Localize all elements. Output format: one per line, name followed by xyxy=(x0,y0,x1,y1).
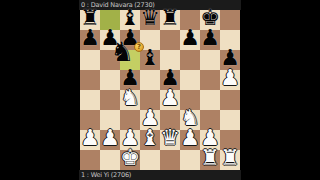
white-rook-h1[interactable]: ♜ xyxy=(220,148,240,168)
white-knight-c4[interactable]: ♞ xyxy=(120,88,140,108)
square-c4[interactable]: ♞ xyxy=(120,90,140,110)
square-d8[interactable]: ♛ xyxy=(140,10,160,30)
square-d6[interactable]: ♝ xyxy=(140,50,160,70)
square-e7[interactable] xyxy=(160,30,180,50)
square-f6[interactable] xyxy=(180,50,200,70)
white-pawn-h5[interactable]: ♟ xyxy=(220,68,240,88)
square-h5[interactable]: ♟ xyxy=(220,70,240,90)
square-e2[interactable]: ♛ xyxy=(160,130,180,150)
white-queen-e2[interactable]: ♛ xyxy=(160,128,180,148)
black-pawn-f7[interactable]: ♟ xyxy=(180,28,200,48)
square-g4[interactable] xyxy=(200,90,220,110)
white-king-c1[interactable]: ♚ xyxy=(120,148,140,168)
square-a1[interactable] xyxy=(80,150,100,170)
square-b2[interactable]: ♟ xyxy=(100,130,120,150)
player-bottom-bar: 1 : Wei Yi (2706) xyxy=(79,170,241,180)
square-a7[interactable]: ♟ xyxy=(80,30,100,50)
square-g7[interactable]: ♟ xyxy=(200,30,220,50)
square-d2[interactable]: ♝ xyxy=(140,130,160,150)
video-frame: 0 : David Navara (2730) ♜♝♛♜♚♟♟♟♟♟♝♟♟♟♟♞… xyxy=(0,0,320,180)
square-b5[interactable] xyxy=(100,70,120,90)
square-b1[interactable] xyxy=(100,150,120,170)
square-f7[interactable]: ♟ xyxy=(180,30,200,50)
black-pawn-a7[interactable]: ♟ xyxy=(80,28,100,48)
mistake-badge-icon: ? xyxy=(134,42,144,52)
white-rook-g1[interactable]: ♜ xyxy=(200,148,220,168)
white-pawn-e4[interactable]: ♟ xyxy=(160,88,180,108)
square-h1[interactable]: ♜ xyxy=(220,150,240,170)
square-g5[interactable] xyxy=(200,70,220,90)
square-f5[interactable] xyxy=(180,70,200,90)
mistake-badge-symbol: ? xyxy=(137,43,141,50)
square-e4[interactable]: ♟ xyxy=(160,90,180,110)
player-bottom-label: 1 : Wei Yi (2706) xyxy=(81,171,131,179)
chess-board[interactable]: ♜♝♛♜♚♟♟♟♟♟♝♟♟♟♟♞♟♟♞♟♟♟♝♛♟♟♚♜♜ xyxy=(80,10,240,170)
square-f1[interactable] xyxy=(180,150,200,170)
square-c1[interactable]: ♚ xyxy=(120,150,140,170)
white-pawn-f2[interactable]: ♟ xyxy=(180,128,200,148)
square-h4[interactable] xyxy=(220,90,240,110)
square-b4[interactable] xyxy=(100,90,120,110)
square-g6[interactable] xyxy=(200,50,220,70)
square-a5[interactable] xyxy=(80,70,100,90)
square-d1[interactable] xyxy=(140,150,160,170)
black-bishop-d6[interactable]: ♝ xyxy=(140,48,160,68)
square-a4[interactable] xyxy=(80,90,100,110)
square-f2[interactable]: ♟ xyxy=(180,130,200,150)
square-e1[interactable] xyxy=(160,150,180,170)
white-pawn-a2[interactable]: ♟ xyxy=(80,128,100,148)
white-pawn-b2[interactable]: ♟ xyxy=(100,128,120,148)
black-queen-d8[interactable]: ♛ xyxy=(140,8,160,28)
moving-knight-piece[interactable]: ♞ xyxy=(109,36,135,66)
square-g1[interactable]: ♜ xyxy=(200,150,220,170)
square-d5[interactable] xyxy=(140,70,160,90)
black-pawn-g7[interactable]: ♟ xyxy=(200,28,220,48)
square-h3[interactable] xyxy=(220,110,240,130)
white-bishop-d2[interactable]: ♝ xyxy=(140,128,160,148)
square-e8[interactable]: ♜ xyxy=(160,10,180,30)
square-a2[interactable]: ♟ xyxy=(80,130,100,150)
square-a6[interactable] xyxy=(80,50,100,70)
black-rook-e8[interactable]: ♜ xyxy=(160,8,180,28)
square-h8[interactable] xyxy=(220,10,240,30)
